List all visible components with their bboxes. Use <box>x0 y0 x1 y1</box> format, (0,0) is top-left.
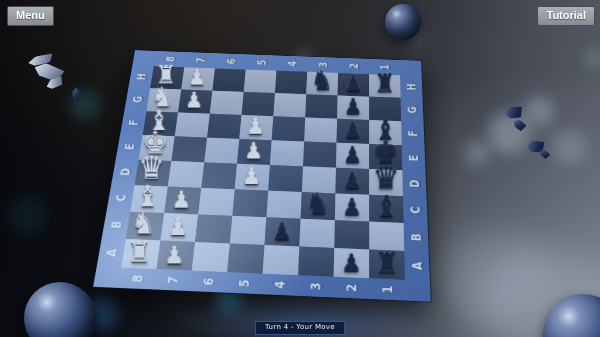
square-a1[interactable]: ♜ <box>369 249 405 279</box>
square-g4[interactable] <box>273 93 306 117</box>
piece-white-bishop-c1[interactable]: ♝ <box>369 192 403 221</box>
piece-white-pawn-d2[interactable]: ♟ <box>336 169 370 192</box>
square-d6[interactable] <box>201 162 237 189</box>
square-h3[interactable]: ♞ <box>306 72 338 96</box>
piece-black-pawn-f5[interactable]: ♟ <box>239 116 271 138</box>
piece-black-pawn-a7[interactable]: ♟ <box>157 244 192 268</box>
tutorial-button[interactable]: Tutorial <box>537 6 595 26</box>
square-g7[interactable]: ♟ <box>178 90 212 114</box>
square-a8[interactable]: ♜ <box>121 239 160 269</box>
turn-status-bar: Turn 4 - Your Move <box>255 321 345 335</box>
piece-white-knight-h3[interactable]: ♞ <box>306 67 337 94</box>
square-h6[interactable] <box>212 68 245 92</box>
square-d2[interactable]: ♟ <box>335 168 369 195</box>
square-f2[interactable]: ♟ <box>337 119 370 144</box>
piece-white-rook-h1[interactable]: ♜ <box>369 70 400 96</box>
piece-white-rook-a1[interactable]: ♜ <box>369 248 405 277</box>
square-d5[interactable]: ♟ <box>235 164 270 191</box>
square-c5[interactable] <box>232 189 268 217</box>
piece-white-pawn-e2[interactable]: ♟ <box>336 144 369 167</box>
coord-label-rank-1: 1 <box>375 274 400 305</box>
square-b4[interactable]: ♟ <box>265 217 301 246</box>
piece-white-pawn-c2[interactable]: ♟ <box>335 196 369 220</box>
square-f7[interactable] <box>175 113 210 138</box>
board-border-corner <box>400 60 422 76</box>
square-g2[interactable]: ♟ <box>337 95 369 119</box>
square-g3[interactable] <box>305 94 337 118</box>
square-e2[interactable]: ♟ <box>336 143 369 169</box>
square-e6[interactable] <box>204 138 239 164</box>
piece-black-knight-b8[interactable]: ♞ <box>126 209 161 239</box>
square-e5[interactable]: ♟ <box>237 139 272 165</box>
square-b6[interactable] <box>195 214 232 243</box>
square-g6[interactable] <box>210 91 244 115</box>
square-c6[interactable] <box>198 188 234 216</box>
menu-button[interactable]: Menu <box>7 6 54 26</box>
coord-label-file-b: B <box>398 227 433 248</box>
board-border-corner <box>93 266 121 288</box>
square-f3[interactable] <box>304 117 337 142</box>
board-border-corner <box>405 280 431 302</box>
square-a7[interactable]: ♟ <box>157 241 196 271</box>
piece-white-pawn-g2[interactable]: ♟ <box>337 96 369 118</box>
piece-white-pawn-a2[interactable]: ♟ <box>334 251 370 275</box>
coord-label-rank-3: 3 <box>302 271 328 302</box>
piece-black-pawn-b7[interactable]: ♟ <box>161 216 196 240</box>
square-b2[interactable] <box>334 220 369 249</box>
square-d4[interactable] <box>268 165 303 192</box>
square-c7[interactable]: ♟ <box>164 187 201 215</box>
square-h4[interactable] <box>275 71 307 95</box>
piece-black-pawn-c7[interactable]: ♟ <box>164 189 198 212</box>
square-h1[interactable]: ♜ <box>369 74 401 98</box>
square-c3[interactable]: ♞ <box>301 192 336 220</box>
piece-white-pawn-f2[interactable]: ♟ <box>337 120 369 142</box>
square-b3[interactable] <box>299 219 335 248</box>
piece-white-pawn-h2[interactable]: ♟ <box>338 73 369 95</box>
board-grid: 87654321H♜♟♞♟♜HG♞♟♟GF♝♟♟♝FE♚♟♟♚ED♛♟♟♛DC♝… <box>93 50 430 301</box>
square-e7[interactable] <box>171 136 207 162</box>
square-b7[interactable]: ♟ <box>160 213 198 242</box>
coord-label-rank-7: 7 <box>159 265 187 296</box>
square-h5[interactable] <box>244 70 277 94</box>
square-c4[interactable] <box>266 191 301 219</box>
coord-label-rank-5: 5 <box>230 268 257 299</box>
square-g5[interactable] <box>242 92 275 116</box>
square-e3[interactable] <box>303 141 337 167</box>
piece-white-knight-c3[interactable]: ♞ <box>301 189 335 218</box>
square-c1[interactable]: ♝ <box>369 195 403 223</box>
coord-label-rank-8: 8 <box>123 263 152 293</box>
square-f6[interactable] <box>207 114 241 139</box>
piece-black-pawn-d5[interactable]: ♟ <box>235 165 269 188</box>
square-a2[interactable]: ♟ <box>334 248 370 278</box>
piece-white-pawn-b4[interactable]: ♟ <box>265 220 300 244</box>
chess-board: 87654321H♜♟♞♟♜HG♞♟♟GF♝♟♟♝FE♚♟♟♚ED♛♟♟♛DC♝… <box>93 50 430 301</box>
square-f4[interactable] <box>272 116 306 141</box>
square-d7[interactable] <box>168 161 204 188</box>
square-e4[interactable] <box>270 140 304 166</box>
square-c2[interactable]: ♟ <box>335 193 369 221</box>
piece-black-pawn-g7[interactable]: ♟ <box>178 90 210 112</box>
piece-black-rook-a8[interactable]: ♜ <box>122 238 157 267</box>
piece-black-pawn-h7[interactable]: ♟ <box>181 67 212 88</box>
square-b5[interactable] <box>230 216 267 245</box>
decorative-sphere <box>385 4 421 40</box>
piece-black-pawn-e5[interactable]: ♟ <box>237 140 270 163</box>
square-f5[interactable]: ♟ <box>239 115 273 140</box>
